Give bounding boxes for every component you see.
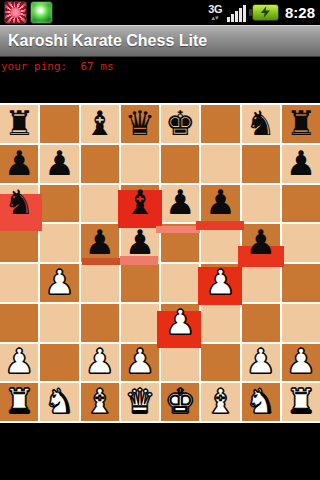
ping-status-text: your ping: 67 ms <box>1 60 114 73</box>
square-h7[interactable]: ♟ <box>282 145 320 183</box>
piece-black-pawn-d5: ♟ <box>125 224 155 260</box>
square-b1[interactable]: ♞ <box>40 383 78 421</box>
piece-white-pawn-h2: ♟ <box>286 343 316 379</box>
title-bar: Karoshi Karate Chess Lite <box>0 25 320 57</box>
square-f3[interactable] <box>201 304 239 342</box>
square-c2[interactable]: ♟ <box>81 344 119 382</box>
square-d1[interactable]: ♛ <box>121 383 159 421</box>
piece-white-king-e1: ♚ <box>165 383 195 419</box>
green-orb-notification-icon <box>30 1 53 24</box>
square-g4[interactable] <box>242 264 280 302</box>
square-b2[interactable] <box>40 344 78 382</box>
square-g3[interactable] <box>242 304 280 342</box>
square-e7[interactable] <box>161 145 199 183</box>
square-a8[interactable]: ♜ <box>0 105 38 143</box>
piece-black-pawn-b7: ♟ <box>44 145 74 181</box>
square-g2[interactable]: ♟ <box>242 344 280 382</box>
square-d5[interactable]: ♟ <box>121 224 159 262</box>
square-g6[interactable] <box>242 185 280 223</box>
piece-white-rook-a1: ♜ <box>4 383 34 419</box>
square-a6[interactable]: ♞ <box>0 185 38 223</box>
square-d3[interactable] <box>121 304 159 342</box>
piece-white-pawn-f4: ♟ <box>205 264 235 300</box>
piece-black-knight-a6: ♞ <box>4 184 34 220</box>
square-e5[interactable] <box>161 224 199 262</box>
piece-white-pawn-g2: ♟ <box>245 343 275 379</box>
square-f7[interactable] <box>201 145 239 183</box>
square-c6[interactable] <box>81 185 119 223</box>
piece-white-pawn-e3: ♟ <box>165 304 195 340</box>
piece-white-pawn-b4: ♟ <box>44 264 74 300</box>
square-e6[interactable]: ♟ <box>161 185 199 223</box>
piece-black-pawn-e6: ♟ <box>165 184 195 220</box>
lightning-bolt-icon <box>261 6 270 18</box>
square-c4[interactable] <box>81 264 119 302</box>
square-h4[interactable] <box>282 264 320 302</box>
square-f1[interactable]: ♝ <box>201 383 239 421</box>
square-a3[interactable] <box>0 304 38 342</box>
board-grid: ♜♝♛♚♞♜♟♟♟♞♝♟♟♟♟♟♟♟♟♟♟♟♟♟♜♞♝♛♚♝♞♜ <box>0 105 320 421</box>
status-clock: 8:28 <box>285 4 315 21</box>
piece-white-bishop-c1: ♝ <box>84 383 114 419</box>
square-g1[interactable]: ♞ <box>242 383 280 421</box>
square-e8[interactable]: ♚ <box>161 105 199 143</box>
piece-white-rook-h1: ♜ <box>286 383 316 419</box>
square-a4[interactable] <box>0 264 38 302</box>
piece-black-pawn-f6: ♟ <box>205 184 235 220</box>
data-arrows-icon: ▴▾ <box>212 14 219 21</box>
piece-black-bishop-c8: ♝ <box>84 105 114 141</box>
square-e3[interactable]: ♟ <box>161 304 199 342</box>
piece-black-pawn-g5: ♟ <box>245 224 275 260</box>
square-g5[interactable]: ♟ <box>242 224 280 262</box>
piece-white-pawn-d2: ♟ <box>125 343 155 379</box>
square-b3[interactable] <box>40 304 78 342</box>
piece-white-knight-g1: ♞ <box>245 383 275 419</box>
square-f4[interactable]: ♟ <box>201 264 239 302</box>
piece-black-rook-h8: ♜ <box>286 105 316 141</box>
piece-black-knight-g8: ♞ <box>245 105 275 141</box>
piece-black-bishop-d6: ♝ <box>125 184 155 220</box>
square-g7[interactable] <box>242 145 280 183</box>
piece-white-pawn-a2: ♟ <box>4 343 34 379</box>
piece-black-queen-d8: ♛ <box>125 105 155 141</box>
phone-screen: 3G ▴▾ 8:28 Karoshi Karate Chess Lite you… <box>0 0 320 480</box>
notification-area <box>4 1 53 24</box>
square-b6[interactable] <box>40 185 78 223</box>
piece-black-rook-a8: ♜ <box>4 105 34 141</box>
square-f2[interactable] <box>201 344 239 382</box>
square-c1[interactable]: ♝ <box>81 383 119 421</box>
square-d2[interactable]: ♟ <box>121 344 159 382</box>
app-title: Karoshi Karate Chess Lite <box>8 32 207 50</box>
square-h1[interactable]: ♜ <box>282 383 320 421</box>
square-a7[interactable]: ♟ <box>0 145 38 183</box>
square-a2[interactable]: ♟ <box>0 344 38 382</box>
square-c5[interactable]: ♟ <box>81 224 119 262</box>
square-b7[interactable]: ♟ <box>40 145 78 183</box>
piece-black-pawn-c5: ♟ <box>84 224 114 260</box>
square-f8[interactable] <box>201 105 239 143</box>
square-b8[interactable] <box>40 105 78 143</box>
square-b5[interactable] <box>40 224 78 262</box>
square-d7[interactable] <box>121 145 159 183</box>
piece-white-queen-d1: ♛ <box>125 383 155 419</box>
red-starburst-notification-icon <box>4 1 27 24</box>
square-d8[interactable]: ♛ <box>121 105 159 143</box>
piece-white-bishop-f1: ♝ <box>205 383 235 419</box>
square-b4[interactable]: ♟ <box>40 264 78 302</box>
square-d4[interactable] <box>121 264 159 302</box>
square-c3[interactable] <box>81 304 119 342</box>
square-a5[interactable] <box>0 224 38 262</box>
square-h5[interactable] <box>282 224 320 262</box>
piece-black-pawn-h7: ♟ <box>286 145 316 181</box>
square-e4[interactable] <box>161 264 199 302</box>
square-e2[interactable] <box>161 344 199 382</box>
square-h8[interactable]: ♜ <box>282 105 320 143</box>
square-f5[interactable] <box>201 224 239 262</box>
piece-white-knight-b1: ♞ <box>44 383 74 419</box>
square-g8[interactable]: ♞ <box>242 105 280 143</box>
chess-board: ♜♝♛♚♞♜♟♟♟♞♝♟♟♟♟♟♟♟♟♟♟♟♟♟♜♞♝♛♚♝♞♜ <box>0 103 320 423</box>
square-c7[interactable] <box>81 145 119 183</box>
square-f6[interactable]: ♟ <box>201 185 239 223</box>
piece-black-king-e8: ♚ <box>165 105 195 141</box>
square-h3[interactable] <box>282 304 320 342</box>
signal-strength-icon <box>227 4 246 22</box>
square-h6[interactable] <box>282 185 320 223</box>
square-d6[interactable]: ♝ <box>121 185 159 223</box>
piece-white-pawn-c2: ♟ <box>84 343 114 379</box>
status-bar: 3G ▴▾ 8:28 <box>0 0 320 25</box>
status-indicators: 3G ▴▾ 8:28 <box>208 4 317 22</box>
battery-charging-icon <box>252 4 279 21</box>
square-h2[interactable]: ♟ <box>282 344 320 382</box>
piece-black-pawn-a7: ♟ <box>4 145 34 181</box>
square-c8[interactable]: ♝ <box>81 105 119 143</box>
square-a1[interactable]: ♜ <box>0 383 38 421</box>
square-e1[interactable]: ♚ <box>161 383 199 421</box>
3g-data-icon: 3G ▴▾ <box>208 4 222 21</box>
